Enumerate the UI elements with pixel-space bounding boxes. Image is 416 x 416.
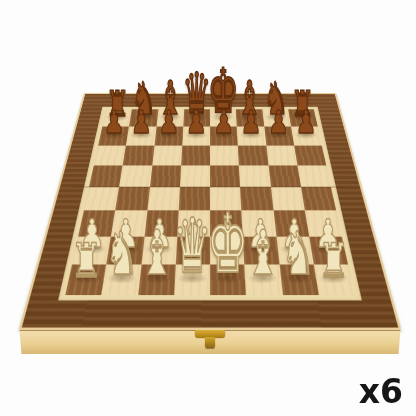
piece-black-pawn[interactable]: ♟ <box>186 107 207 139</box>
piece-white-rook[interactable]: ♜ <box>318 237 349 284</box>
piece-black-pawn[interactable]: ♟ <box>131 107 152 139</box>
piece-black-pawn[interactable]: ♟ <box>213 107 234 139</box>
piece-black-pawn[interactable]: ♟ <box>295 107 316 139</box>
pieces-layer: ♜♞♝♛♚♝♞♜♟♟♟♟♟♟♟♟♟♟♟♟♟♟♟♟♜♞♝♛♚♝♞♜ <box>0 0 416 416</box>
piece-white-knight[interactable]: ♞ <box>105 225 138 285</box>
piece-white-rook[interactable]: ♜ <box>71 237 102 284</box>
product-photo: ♜♞♝♛♚♝♞♜♟♟♟♟♟♟♟♟♟♟♟♟♟♟♟♟♜♞♝♛♚♝♞♜ x6 <box>0 0 416 416</box>
piece-white-bishop[interactable]: ♝ <box>246 223 281 285</box>
piece-black-pawn[interactable]: ♟ <box>103 107 124 139</box>
piece-white-knight[interactable]: ♞ <box>282 225 315 285</box>
piece-black-pawn[interactable]: ♟ <box>241 107 262 139</box>
piece-black-pawn[interactable]: ♟ <box>268 107 289 139</box>
piece-white-king[interactable]: ♚ <box>207 204 249 286</box>
piece-white-bishop[interactable]: ♝ <box>140 223 175 285</box>
quantity-label: x6 <box>359 372 403 411</box>
piece-black-pawn[interactable]: ♟ <box>158 107 179 139</box>
